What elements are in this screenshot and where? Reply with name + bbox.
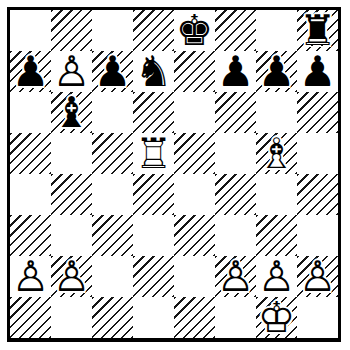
square-c3[interactable] (92, 215, 133, 256)
square-c6[interactable] (92, 92, 133, 133)
square-f5[interactable] (215, 133, 256, 174)
white-king-icon: ♔ (258, 293, 296, 342)
white-rook-icon: ♖ (135, 129, 173, 178)
square-e3[interactable] (174, 215, 215, 256)
square-d6[interactable] (133, 92, 174, 133)
square-f3[interactable] (215, 215, 256, 256)
square-c7[interactable]: ♟♟ (92, 51, 133, 92)
square-c8[interactable] (92, 10, 133, 51)
white-pawn-icon: ♙ (53, 252, 91, 301)
square-b6[interactable]: ♝♝ (51, 92, 92, 133)
square-a2[interactable]: ♟♙ (10, 256, 51, 297)
piece-white-pawn-h2[interactable]: ♟♙ (297, 256, 338, 297)
piece-white-king-g1[interactable]: ♚♔ (256, 297, 297, 338)
square-b3[interactable] (51, 215, 92, 256)
square-g6[interactable] (256, 92, 297, 133)
square-c4[interactable] (92, 174, 133, 215)
square-d1[interactable] (133, 297, 174, 338)
square-h6[interactable] (297, 92, 338, 133)
piece-white-rook-d5[interactable]: ♜♖ (133, 133, 174, 174)
square-d3[interactable] (133, 215, 174, 256)
square-e1[interactable] (174, 297, 215, 338)
white-pawn-icon: ♙ (299, 252, 337, 301)
square-e8[interactable]: ♚♚ (174, 10, 215, 51)
black-pawn-icon: ♟ (299, 47, 337, 96)
square-d2[interactable] (133, 256, 174, 297)
piece-black-knight-d7[interactable]: ♞♞ (133, 51, 174, 92)
square-d8[interactable] (133, 10, 174, 51)
square-e6[interactable] (174, 92, 215, 133)
black-pawn-icon: ♟ (12, 47, 50, 96)
square-e7[interactable] (174, 51, 215, 92)
piece-white-pawn-b2[interactable]: ♟♙ (51, 256, 92, 297)
square-a8[interactable] (10, 10, 51, 51)
square-c5[interactable] (92, 133, 133, 174)
black-bishop-icon: ♝ (53, 88, 91, 137)
square-h1[interactable] (297, 297, 338, 338)
square-g2[interactable]: ♟♙ (256, 256, 297, 297)
black-pawn-icon: ♟ (94, 47, 132, 96)
square-h7[interactable]: ♟♟ (297, 51, 338, 92)
black-knight-icon: ♞ (135, 47, 173, 96)
square-g3[interactable] (256, 215, 297, 256)
piece-black-pawn-g7[interactable]: ♟♟ (256, 51, 297, 92)
square-a7[interactable]: ♟♟ (10, 51, 51, 92)
square-g4[interactable] (256, 174, 297, 215)
white-pawn-icon: ♙ (12, 252, 50, 301)
square-h5[interactable] (297, 133, 338, 174)
square-a6[interactable] (10, 92, 51, 133)
square-c1[interactable] (92, 297, 133, 338)
white-pawn-icon: ♙ (217, 252, 255, 301)
square-h2[interactable]: ♟♙ (297, 256, 338, 297)
square-g7[interactable]: ♟♟ (256, 51, 297, 92)
white-bishop-icon: ♗ (258, 129, 296, 178)
square-d7[interactable]: ♞♞ (133, 51, 174, 92)
piece-black-king-e8[interactable]: ♚♚ (174, 10, 215, 51)
square-e2[interactable] (174, 256, 215, 297)
square-b8[interactable] (51, 10, 92, 51)
piece-white-pawn-f2[interactable]: ♟♙ (215, 256, 256, 297)
square-g1[interactable]: ♚♔ (256, 297, 297, 338)
square-g5[interactable]: ♝♗ (256, 133, 297, 174)
square-a4[interactable] (10, 174, 51, 215)
square-f8[interactable] (215, 10, 256, 51)
square-a3[interactable] (10, 215, 51, 256)
piece-black-bishop-b6[interactable]: ♝♝ (51, 92, 92, 133)
piece-white-pawn-b7[interactable]: ♟♙ (51, 51, 92, 92)
piece-black-rook-h8[interactable]: ♜♜ (297, 10, 338, 51)
square-e5[interactable] (174, 133, 215, 174)
square-h4[interactable] (297, 174, 338, 215)
piece-black-pawn-c7[interactable]: ♟♟ (92, 51, 133, 92)
square-f6[interactable] (215, 92, 256, 133)
square-h3[interactable] (297, 215, 338, 256)
piece-black-pawn-a7[interactable]: ♟♟ (10, 51, 51, 92)
square-a1[interactable] (10, 297, 51, 338)
chess-board: ♚♚♜♜♟♟♟♙♟♟♞♞♟♟♟♟♟♟♝♝♜♖♝♗♟♙♟♙♟♙♟♙♟♙♚♔ (7, 7, 341, 342)
chess-diagram: ♚♚♜♜♟♟♟♙♟♟♞♞♟♟♟♟♟♟♝♝♜♖♝♗♟♙♟♙♟♙♟♙♟♙♚♔ (0, 0, 350, 350)
square-d5[interactable]: ♜♖ (133, 133, 174, 174)
square-d4[interactable] (133, 174, 174, 215)
square-g8[interactable] (256, 10, 297, 51)
piece-black-pawn-f7[interactable]: ♟♟ (215, 51, 256, 92)
square-f2[interactable]: ♟♙ (215, 256, 256, 297)
square-b2[interactable]: ♟♙ (51, 256, 92, 297)
piece-white-pawn-a2[interactable]: ♟♙ (10, 256, 51, 297)
square-b7[interactable]: ♟♙ (51, 51, 92, 92)
square-b1[interactable] (51, 297, 92, 338)
square-f4[interactable] (215, 174, 256, 215)
piece-white-pawn-g2[interactable]: ♟♙ (256, 256, 297, 297)
square-f7[interactable]: ♟♟ (215, 51, 256, 92)
black-pawn-icon: ♟ (258, 47, 296, 96)
square-h8[interactable]: ♜♜ (297, 10, 338, 51)
square-c2[interactable] (92, 256, 133, 297)
piece-black-pawn-h7[interactable]: ♟♟ (297, 51, 338, 92)
square-b5[interactable] (51, 133, 92, 174)
square-f1[interactable] (215, 297, 256, 338)
black-pawn-icon: ♟ (217, 47, 255, 96)
square-e4[interactable] (174, 174, 215, 215)
piece-white-bishop-g5[interactable]: ♝♗ (256, 133, 297, 174)
square-b4[interactable] (51, 174, 92, 215)
square-a5[interactable] (10, 133, 51, 174)
black-king-icon: ♚ (176, 6, 214, 55)
